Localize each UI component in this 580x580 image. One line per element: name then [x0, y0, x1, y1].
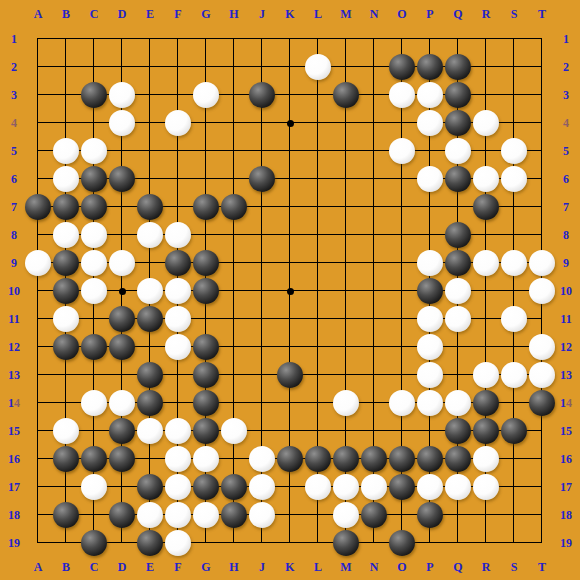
board-cell[interactable] [332, 389, 360, 417]
board-cell[interactable] [276, 417, 304, 445]
board-cell[interactable] [248, 305, 276, 333]
board-cell[interactable] [276, 305, 304, 333]
board-cell[interactable] [52, 277, 80, 305]
board-cell[interactable] [108, 333, 136, 361]
board-cell[interactable] [192, 473, 220, 501]
board-cell[interactable] [388, 109, 416, 137]
board-cell[interactable] [332, 165, 360, 193]
board-cell[interactable] [360, 277, 388, 305]
board-cell[interactable] [528, 193, 556, 221]
board-cell[interactable] [388, 305, 416, 333]
board-cell[interactable] [472, 361, 500, 389]
board-cell[interactable] [444, 333, 472, 361]
board-cell[interactable] [80, 25, 108, 53]
board-cell[interactable] [52, 445, 80, 473]
board-cell[interactable] [108, 249, 136, 277]
board-cell[interactable] [276, 193, 304, 221]
board-cell[interactable] [136, 389, 164, 417]
board-cell[interactable] [24, 137, 52, 165]
board-cell[interactable] [164, 81, 192, 109]
board-cell[interactable] [220, 361, 248, 389]
board-cell[interactable] [500, 501, 528, 529]
board-cell[interactable] [80, 417, 108, 445]
board-cell[interactable] [528, 473, 556, 501]
board-cell[interactable] [52, 221, 80, 249]
board-cell[interactable] [276, 81, 304, 109]
board-cell[interactable] [108, 417, 136, 445]
board-cell[interactable] [164, 221, 192, 249]
board-cell[interactable] [472, 305, 500, 333]
board-cell[interactable] [52, 165, 80, 193]
board-cell[interactable] [472, 389, 500, 417]
board-cell[interactable] [416, 389, 444, 417]
board-cell[interactable] [80, 305, 108, 333]
board-cell[interactable] [444, 193, 472, 221]
board-cell[interactable] [276, 389, 304, 417]
board-cell[interactable] [52, 361, 80, 389]
board-cell[interactable] [220, 249, 248, 277]
board-cell[interactable] [164, 249, 192, 277]
board-cell[interactable] [248, 277, 276, 305]
board-cell[interactable] [360, 221, 388, 249]
board-cell[interactable] [388, 473, 416, 501]
board-cell[interactable] [220, 221, 248, 249]
board-cell[interactable] [416, 305, 444, 333]
board-cell[interactable] [388, 389, 416, 417]
board-cell[interactable] [24, 501, 52, 529]
board-cell[interactable] [108, 25, 136, 53]
board-cell[interactable] [108, 361, 136, 389]
board-cell[interactable] [220, 165, 248, 193]
board-cell[interactable] [332, 333, 360, 361]
board-cell[interactable] [80, 53, 108, 81]
board-cell[interactable] [388, 501, 416, 529]
board-cell[interactable] [248, 25, 276, 53]
board-cell[interactable] [136, 361, 164, 389]
board-cell[interactable] [416, 473, 444, 501]
board-cell[interactable] [500, 277, 528, 305]
board-cell[interactable] [80, 165, 108, 193]
board-cell[interactable] [248, 445, 276, 473]
board-cell[interactable] [276, 501, 304, 529]
board-cell[interactable] [500, 249, 528, 277]
board-cell[interactable] [528, 53, 556, 81]
board-cell[interactable] [304, 81, 332, 109]
board-cell[interactable] [304, 445, 332, 473]
board-cell[interactable] [444, 445, 472, 473]
board-cell[interactable] [444, 473, 472, 501]
board-cell[interactable] [472, 137, 500, 165]
board-cell[interactable] [24, 277, 52, 305]
board-cell[interactable] [472, 25, 500, 53]
board-cell[interactable] [108, 137, 136, 165]
board-cell[interactable] [528, 221, 556, 249]
board-cell[interactable] [192, 417, 220, 445]
board-cell[interactable] [52, 473, 80, 501]
board-cell[interactable] [388, 53, 416, 81]
board-cell[interactable] [388, 221, 416, 249]
board-cell[interactable] [416, 137, 444, 165]
board-cell[interactable] [276, 333, 304, 361]
board-cell[interactable] [108, 81, 136, 109]
board-cell[interactable] [360, 445, 388, 473]
board-cell[interactable] [220, 81, 248, 109]
board-cell[interactable] [52, 305, 80, 333]
board-cell[interactable] [360, 165, 388, 193]
board-cell[interactable] [136, 473, 164, 501]
board-cell[interactable] [108, 501, 136, 529]
board-cell[interactable] [24, 25, 52, 53]
board-cell[interactable] [24, 165, 52, 193]
board-cell[interactable] [192, 193, 220, 221]
board-cell[interactable] [136, 445, 164, 473]
board-cell[interactable] [416, 333, 444, 361]
board-cell[interactable] [360, 109, 388, 137]
board-cell[interactable] [192, 277, 220, 305]
board-cell[interactable] [164, 417, 192, 445]
board-cell[interactable] [276, 529, 304, 557]
board-cell[interactable] [248, 389, 276, 417]
board-cell[interactable] [304, 249, 332, 277]
board-cell[interactable] [388, 277, 416, 305]
board-cell[interactable] [416, 249, 444, 277]
board-cell[interactable] [388, 137, 416, 165]
board-cell[interactable] [52, 249, 80, 277]
board-cell[interactable] [108, 445, 136, 473]
board-cell[interactable] [472, 165, 500, 193]
board-cell[interactable] [416, 193, 444, 221]
board-cell[interactable] [528, 445, 556, 473]
board-cell[interactable] [276, 361, 304, 389]
board-cell[interactable] [416, 445, 444, 473]
board-cell[interactable] [80, 333, 108, 361]
board-cell[interactable] [416, 501, 444, 529]
board-cell[interactable] [220, 473, 248, 501]
board-cell[interactable] [248, 193, 276, 221]
board-cell[interactable] [136, 25, 164, 53]
board-cell[interactable] [248, 137, 276, 165]
board-cell[interactable] [192, 81, 220, 109]
board-cell[interactable] [360, 501, 388, 529]
board-cell[interactable] [80, 361, 108, 389]
board-cell[interactable] [444, 165, 472, 193]
board-cell[interactable] [360, 137, 388, 165]
board-cell[interactable] [136, 305, 164, 333]
board-cell[interactable] [220, 417, 248, 445]
board-cell[interactable] [108, 389, 136, 417]
board-cell[interactable] [444, 109, 472, 137]
board-cell[interactable] [388, 417, 416, 445]
board-cell[interactable] [276, 277, 304, 305]
board-cell[interactable] [472, 417, 500, 445]
board-cell[interactable] [276, 25, 304, 53]
board-cell[interactable] [500, 361, 528, 389]
board-cell[interactable] [472, 277, 500, 305]
board-cell[interactable] [24, 473, 52, 501]
board-cell[interactable] [136, 137, 164, 165]
board-cell[interactable] [360, 417, 388, 445]
board-cell[interactable] [500, 109, 528, 137]
board-cell[interactable] [24, 249, 52, 277]
board-cell[interactable] [528, 81, 556, 109]
board-cell[interactable] [332, 53, 360, 81]
board-cell[interactable] [416, 361, 444, 389]
board-cell[interactable] [388, 81, 416, 109]
board-cell[interactable] [472, 109, 500, 137]
board-cell[interactable] [444, 81, 472, 109]
board-cell[interactable] [332, 221, 360, 249]
board-cell[interactable] [80, 389, 108, 417]
board-cell[interactable] [80, 137, 108, 165]
board-cell[interactable] [444, 361, 472, 389]
board-cell[interactable] [52, 53, 80, 81]
board-cell[interactable] [472, 333, 500, 361]
board-cell[interactable] [220, 445, 248, 473]
board-cell[interactable] [528, 137, 556, 165]
board-cell[interactable] [108, 109, 136, 137]
board-cell[interactable] [52, 501, 80, 529]
board-cell[interactable] [472, 249, 500, 277]
board-cell[interactable] [500, 333, 528, 361]
board-cell[interactable] [332, 305, 360, 333]
board-cell[interactable] [136, 109, 164, 137]
board-cell[interactable] [248, 501, 276, 529]
board-cell[interactable] [220, 137, 248, 165]
board-cell[interactable] [360, 25, 388, 53]
board-cell[interactable] [248, 109, 276, 137]
board-cell[interactable] [276, 109, 304, 137]
board-cell[interactable] [52, 25, 80, 53]
board-cell[interactable] [304, 25, 332, 53]
board-cell[interactable] [220, 53, 248, 81]
board-cell[interactable] [360, 249, 388, 277]
board-cell[interactable] [164, 25, 192, 53]
board-cell[interactable] [304, 417, 332, 445]
board-cell[interactable] [276, 473, 304, 501]
board-cell[interactable] [192, 165, 220, 193]
board-cell[interactable] [304, 53, 332, 81]
board-cell[interactable] [108, 277, 136, 305]
board-cell[interactable] [360, 529, 388, 557]
board-cell[interactable] [304, 361, 332, 389]
board-cell[interactable] [416, 53, 444, 81]
board-cell[interactable] [304, 137, 332, 165]
board-cell[interactable] [360, 305, 388, 333]
board-cell[interactable] [472, 529, 500, 557]
board-cell[interactable] [192, 109, 220, 137]
board-cell[interactable] [248, 529, 276, 557]
board-cell[interactable] [332, 25, 360, 53]
board-cell[interactable] [248, 473, 276, 501]
board-cell[interactable] [248, 53, 276, 81]
board-cell[interactable] [220, 529, 248, 557]
board-cell[interactable] [444, 417, 472, 445]
board-cell[interactable] [164, 277, 192, 305]
board-cell[interactable] [472, 53, 500, 81]
board-cell[interactable] [164, 389, 192, 417]
board-cell[interactable] [444, 137, 472, 165]
board-cell[interactable] [136, 277, 164, 305]
board-cell[interactable] [164, 137, 192, 165]
board-cell[interactable] [276, 445, 304, 473]
board-cell[interactable] [248, 221, 276, 249]
board-cell[interactable] [472, 501, 500, 529]
board-cell[interactable] [304, 473, 332, 501]
board-cell[interactable] [332, 445, 360, 473]
board-cell[interactable] [164, 529, 192, 557]
board-cell[interactable] [500, 25, 528, 53]
board-cell[interactable] [500, 417, 528, 445]
board-cell[interactable] [52, 529, 80, 557]
board-cell[interactable] [360, 81, 388, 109]
board-cell[interactable] [136, 529, 164, 557]
board-cell[interactable] [192, 501, 220, 529]
board-cell[interactable] [528, 417, 556, 445]
board-cell[interactable] [80, 277, 108, 305]
board-cell[interactable] [304, 109, 332, 137]
board-cell[interactable] [164, 445, 192, 473]
board-cell[interactable] [80, 221, 108, 249]
board-cell[interactable] [192, 361, 220, 389]
board-cell[interactable] [332, 193, 360, 221]
board-cell[interactable] [80, 501, 108, 529]
board-cell[interactable] [360, 53, 388, 81]
board-cell[interactable] [500, 445, 528, 473]
board-cell[interactable] [220, 333, 248, 361]
board-cell[interactable] [332, 361, 360, 389]
board-cell[interactable] [444, 389, 472, 417]
board-cell[interactable] [304, 221, 332, 249]
board-cell[interactable] [164, 193, 192, 221]
board-cell[interactable] [136, 249, 164, 277]
board-cell[interactable] [360, 361, 388, 389]
board-cell[interactable] [220, 389, 248, 417]
board-cell[interactable] [164, 333, 192, 361]
board-cell[interactable] [500, 53, 528, 81]
board-cell[interactable] [500, 221, 528, 249]
board-cell[interactable] [136, 193, 164, 221]
board-cell[interactable] [528, 361, 556, 389]
board-cell[interactable] [500, 389, 528, 417]
board-cell[interactable] [24, 445, 52, 473]
board-cell[interactable] [360, 389, 388, 417]
board-cell[interactable] [332, 249, 360, 277]
board-cell[interactable] [528, 333, 556, 361]
board-cell[interactable] [24, 389, 52, 417]
board-cell[interactable] [332, 277, 360, 305]
board-cell[interactable] [304, 305, 332, 333]
board-cell[interactable] [332, 501, 360, 529]
board-cell[interactable] [444, 529, 472, 557]
board-cell[interactable] [444, 53, 472, 81]
board-cell[interactable] [108, 473, 136, 501]
board-cell[interactable] [80, 529, 108, 557]
board-cell[interactable] [80, 109, 108, 137]
board-cell[interactable] [192, 389, 220, 417]
board-cell[interactable] [108, 53, 136, 81]
board-cell[interactable] [332, 109, 360, 137]
board-cell[interactable] [304, 389, 332, 417]
board-cell[interactable] [416, 25, 444, 53]
board-cell[interactable] [528, 501, 556, 529]
board-cell[interactable] [444, 277, 472, 305]
board-cell[interactable] [192, 221, 220, 249]
board-cell[interactable] [332, 81, 360, 109]
board-cell[interactable] [52, 333, 80, 361]
board-cell[interactable] [472, 473, 500, 501]
board-cell[interactable] [304, 277, 332, 305]
board-cell[interactable] [276, 165, 304, 193]
board-cell[interactable] [24, 193, 52, 221]
board-cell[interactable] [248, 333, 276, 361]
board-cell[interactable] [388, 165, 416, 193]
board-cell[interactable] [192, 529, 220, 557]
board-cell[interactable] [360, 193, 388, 221]
board-cell[interactable] [444, 25, 472, 53]
board-cell[interactable] [304, 529, 332, 557]
board-cell[interactable] [500, 529, 528, 557]
board-cell[interactable] [500, 193, 528, 221]
board-cell[interactable] [108, 193, 136, 221]
board-cell[interactable] [304, 333, 332, 361]
board-cell[interactable] [332, 417, 360, 445]
board-cell[interactable] [220, 109, 248, 137]
board-cell[interactable] [528, 529, 556, 557]
board-cell[interactable] [220, 305, 248, 333]
board-cell[interactable] [164, 305, 192, 333]
board-cell[interactable] [416, 81, 444, 109]
board-cell[interactable] [164, 361, 192, 389]
board-cell[interactable] [192, 445, 220, 473]
board-cell[interactable] [248, 417, 276, 445]
board-cell[interactable] [472, 193, 500, 221]
board-cell[interactable] [52, 417, 80, 445]
board-cell[interactable] [500, 137, 528, 165]
board-cell[interactable] [164, 53, 192, 81]
board-cell[interactable] [192, 25, 220, 53]
board-cell[interactable] [108, 305, 136, 333]
board-cell[interactable] [304, 193, 332, 221]
board-cell[interactable] [528, 25, 556, 53]
board-cell[interactable] [500, 81, 528, 109]
board-cell[interactable] [164, 109, 192, 137]
board-cell[interactable] [388, 445, 416, 473]
board-cell[interactable] [304, 165, 332, 193]
board-cell[interactable] [416, 109, 444, 137]
board-cell[interactable] [332, 529, 360, 557]
board-cell[interactable] [136, 333, 164, 361]
board-cell[interactable] [220, 501, 248, 529]
board-cell[interactable] [192, 137, 220, 165]
board-cell[interactable] [220, 25, 248, 53]
board-cell[interactable] [24, 81, 52, 109]
board-cell[interactable] [444, 501, 472, 529]
board-cell[interactable] [108, 221, 136, 249]
board-cell[interactable] [80, 81, 108, 109]
board-cell[interactable] [500, 305, 528, 333]
board-cell[interactable] [416, 165, 444, 193]
board-cell[interactable] [276, 53, 304, 81]
board-cell[interactable] [220, 277, 248, 305]
board-cell[interactable] [388, 333, 416, 361]
board-cell[interactable] [388, 193, 416, 221]
board-cell[interactable] [52, 193, 80, 221]
board-cell[interactable] [444, 305, 472, 333]
board-cell[interactable] [192, 249, 220, 277]
board-cell[interactable] [472, 445, 500, 473]
board-cell[interactable] [80, 249, 108, 277]
board-cell[interactable] [444, 249, 472, 277]
